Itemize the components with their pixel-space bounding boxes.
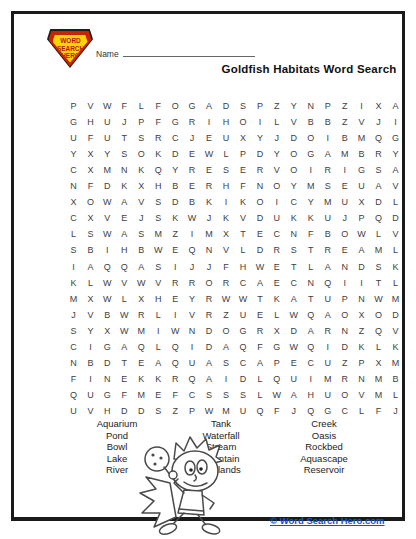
- grid-cell-r17c6: A: [150, 355, 167, 371]
- mascot-eye: [185, 461, 195, 475]
- grid-cell-r12c18: I: [353, 275, 370, 291]
- grid-cell-r4c12: D: [251, 146, 268, 162]
- grid-cell-r10c4: H: [116, 242, 133, 258]
- grid-cell-r10c3: I: [99, 242, 116, 258]
- grid-cell-r15c10: O: [218, 323, 235, 339]
- grid-cell-r12c10: R: [218, 275, 235, 291]
- grid-cell-r2c11: O: [235, 114, 252, 130]
- grid-cell-r18c19: M: [370, 371, 387, 387]
- grid-cell-r6c16: S: [319, 178, 336, 194]
- grid-cell-r10c20: L: [387, 242, 404, 258]
- grid-cell-r1c1: P: [65, 98, 82, 114]
- grid-cell-r11c5: A: [133, 258, 150, 274]
- grid-cell-r3c3: U: [99, 130, 116, 146]
- grid-cell-r10c18: A: [353, 242, 370, 258]
- grid-cell-r15c7: W: [167, 323, 184, 339]
- grid-cell-r4c11: P: [235, 146, 252, 162]
- grid-cell-r9c13: C: [268, 226, 285, 242]
- grid-cell-r4c4: S: [116, 146, 133, 162]
- grid-cell-r19c7: F: [167, 387, 184, 403]
- grid-cell-r4c8: E: [184, 146, 201, 162]
- grid-cell-r18c11: D: [235, 371, 252, 387]
- grid-cell-r19c13: W: [268, 387, 285, 403]
- grid-cell-r1c4: F: [116, 98, 133, 114]
- grid-cell-r19c5: M: [133, 387, 150, 403]
- grid-cell-r10c5: B: [133, 242, 150, 258]
- mascot-cape: [140, 477, 176, 527]
- grid-cell-r18c6: K: [150, 371, 167, 387]
- grid-cell-r15c19: Q: [370, 323, 387, 339]
- grid-cell-r19c11: S: [235, 387, 252, 403]
- grid-cell-r11c17: N: [336, 258, 353, 274]
- word-rockbed: Rockbed: [274, 441, 374, 453]
- grid-cell-r13c18: N: [353, 291, 370, 307]
- mascot-ear: [169, 471, 177, 479]
- grid-cell-r16c3: G: [99, 339, 116, 355]
- logo-text-hero: HERO: [54, 52, 86, 60]
- grid-cell-r15c9: D: [201, 323, 218, 339]
- grid-cell-r12c4: V: [116, 275, 133, 291]
- grid-cell-r12c11: C: [235, 275, 252, 291]
- grid-cell-r18c16: M: [319, 371, 336, 387]
- grid-cell-r6c6: H: [150, 178, 167, 194]
- grid-cell-r16c12: F: [251, 339, 268, 355]
- mascot-illustration: [130, 433, 248, 539]
- grid-cell-r10c14: S: [285, 242, 302, 258]
- grid-cell-r17c15: C: [302, 355, 319, 371]
- logo-text-word: WORD: [54, 37, 86, 45]
- grid-cell-r6c12: N: [251, 178, 268, 194]
- grid-cell-r13c16: U: [319, 291, 336, 307]
- grid-cell-r4c7: D: [167, 146, 184, 162]
- grid-cell-r13c5: X: [133, 291, 150, 307]
- grid-cell-r8c11: V: [235, 210, 252, 226]
- grid-cell-r3c9: E: [201, 130, 218, 146]
- grid-cell-r1c16: P: [319, 98, 336, 114]
- grid-cell-r17c8: U: [184, 355, 201, 371]
- grid-cell-r2c6: F: [150, 114, 167, 130]
- grid-cell-r14c14: W: [285, 307, 302, 323]
- grid-cell-r9c19: L: [370, 226, 387, 242]
- grid-cell-r10c8: Q: [184, 242, 201, 258]
- grid-cell-r4c3: Y: [99, 146, 116, 162]
- grid-cell-r10c12: D: [251, 242, 268, 258]
- grid-cell-r2c17: Z: [336, 114, 353, 130]
- grid-cell-r11c11: H: [235, 258, 252, 274]
- grid-cell-r14c13: L: [268, 307, 285, 323]
- grid-cell-r9c20: V: [387, 226, 404, 242]
- grid-cell-r5c18: G: [353, 162, 370, 178]
- grid-cell-r18c9: A: [201, 371, 218, 387]
- grid-cell-r20c12: Q: [251, 403, 268, 419]
- grid-cell-r18c10: I: [218, 371, 235, 387]
- grid-cell-r20c1: U: [65, 403, 82, 419]
- grid-cell-r16c13: G: [268, 339, 285, 355]
- grid-cell-r7c19: D: [370, 194, 387, 210]
- grid-cell-r6c20: V: [387, 178, 404, 194]
- grid-cell-r16c16: I: [319, 339, 336, 355]
- grid-cell-r17c3: D: [99, 355, 116, 371]
- grid-cell-r20c9: W: [201, 403, 218, 419]
- grid-cell-r1c14: Y: [285, 98, 302, 114]
- grid-cell-r14c7: I: [167, 307, 184, 323]
- grid-cell-r2c8: R: [184, 114, 201, 130]
- grid-cell-r17c10: S: [218, 355, 235, 371]
- grid-cell-r7c18: X: [353, 194, 370, 210]
- grid-cell-r6c8: E: [184, 178, 201, 194]
- grid-cell-r17c2: B: [82, 355, 99, 371]
- grid-cell-r4c2: X: [82, 146, 99, 162]
- grid-cell-r18c18: N: [353, 371, 370, 387]
- grid-cell-r16c5: Q: [133, 339, 150, 355]
- grid-cell-r3c14: D: [285, 130, 302, 146]
- grid-cell-r14c3: B: [99, 307, 116, 323]
- grid-cell-r15c20: V: [387, 323, 404, 339]
- grid-cell-r7c3: W: [99, 194, 116, 210]
- word-oasis: Oasis: [274, 430, 374, 442]
- grid-cell-r9c9: M: [201, 226, 218, 242]
- grid-cell-r4c20: Y: [387, 146, 404, 162]
- grid-cell-r4c14: O: [285, 146, 302, 162]
- grid-cell-r7c5: V: [133, 194, 150, 210]
- grid-cell-r2c10: H: [218, 114, 235, 130]
- grid-cell-r12c1: K: [65, 275, 82, 291]
- grid-cell-r5c6: Q: [150, 162, 167, 178]
- grid-cell-r14c8: V: [184, 307, 201, 323]
- grid-cell-r14c19: O: [370, 307, 387, 323]
- grid-cell-r5c11: E: [235, 162, 252, 178]
- grid-cell-r16c6: L: [150, 339, 167, 355]
- grid-cell-r13c9: R: [201, 291, 218, 307]
- grid-cell-r7c20: L: [387, 194, 404, 210]
- word-tank: Tank: [171, 418, 271, 430]
- grid-cell-r6c1: N: [65, 178, 82, 194]
- grid-cell-r10c10: V: [218, 242, 235, 258]
- grid-cell-r18c14: U: [285, 371, 302, 387]
- grid-cell-r16c9: D: [201, 339, 218, 355]
- grid-cell-r5c19: S: [370, 162, 387, 178]
- grid-cell-r17c1: N: [65, 355, 82, 371]
- grid-cell-r14c17: O: [336, 307, 353, 323]
- grid-cell-r1c18: I: [353, 98, 370, 114]
- grid-cell-r14c12: E: [251, 307, 268, 323]
- grid-cell-r11c18: D: [353, 258, 370, 274]
- grid-cell-r20c20: J: [387, 403, 404, 419]
- grid-cell-r8c7: K: [167, 210, 184, 226]
- grid-cell-r20c14: J: [285, 403, 302, 419]
- grid-cell-r5c15: I: [302, 162, 319, 178]
- grid-cell-r11c13: E: [268, 258, 285, 274]
- grid-cell-r18c3: N: [99, 371, 116, 387]
- grid-cell-r17c16: U: [319, 355, 336, 371]
- grid-cell-r8c14: K: [285, 210, 302, 226]
- grid-cell-r11c9: J: [201, 258, 218, 274]
- grid-cell-r20c2: V: [82, 403, 99, 419]
- grid-cell-r8c10: K: [218, 210, 235, 226]
- grid-cell-r17c12: A: [251, 355, 268, 371]
- grid-cell-r6c2: F: [82, 178, 99, 194]
- grid-cell-r12c6: V: [150, 275, 167, 291]
- grid-cell-r19c12: L: [251, 387, 268, 403]
- grid-cell-r4c18: B: [353, 146, 370, 162]
- grid-cell-r13c3: W: [99, 291, 116, 307]
- grid-cell-r15c12: R: [251, 323, 268, 339]
- grid-cell-r7c17: U: [336, 194, 353, 210]
- grid-cell-r3c20: G: [387, 130, 404, 146]
- grid-cell-r15c3: X: [99, 323, 116, 339]
- grid-cell-r7c13: I: [268, 194, 285, 210]
- grid-cell-r11c10: F: [218, 258, 235, 274]
- grid-cell-r3c6: R: [150, 130, 167, 146]
- grid-cell-r8c20: D: [387, 210, 404, 226]
- grid-cell-r1c12: P: [251, 98, 268, 114]
- grid-cell-r4c6: K: [150, 146, 167, 162]
- grid-cell-r19c3: G: [99, 387, 116, 403]
- grid-cell-r18c15: I: [302, 371, 319, 387]
- grid-cell-r20c4: D: [116, 403, 133, 419]
- grid-cell-r5c16: R: [319, 162, 336, 178]
- grid-cell-r9c1: L: [65, 226, 82, 242]
- grid-cell-r4c19: R: [370, 146, 387, 162]
- grid-cell-r7c15: Y: [302, 194, 319, 210]
- grid-cell-r13c12: T: [251, 291, 268, 307]
- grid-cell-r20c5: D: [133, 403, 150, 419]
- grid-cell-r18c5: K: [133, 371, 150, 387]
- grid-cell-r17c9: A: [201, 355, 218, 371]
- grid-cell-r6c5: X: [133, 178, 150, 194]
- grid-cell-r14c2: V: [82, 307, 99, 323]
- grid-cell-r8c8: W: [184, 210, 201, 226]
- grid-cell-r18c1: F: [65, 371, 82, 387]
- grid-cell-r11c20: K: [387, 258, 404, 274]
- grid-cell-r2c12: I: [251, 114, 268, 130]
- grid-cell-r4c17: M: [336, 146, 353, 162]
- grid-cell-r14c16: A: [319, 307, 336, 323]
- grid-cell-r9c12: E: [251, 226, 268, 242]
- grid-cell-r16c15: Q: [302, 339, 319, 355]
- grid-cell-r5c2: X: [82, 162, 99, 178]
- grid-cell-r17c4: T: [116, 355, 133, 371]
- grid-cell-r10c17: E: [336, 242, 353, 258]
- grid-cell-r8c1: C: [65, 210, 82, 226]
- grid-cell-r1c6: F: [150, 98, 167, 114]
- word-search-hero-link[interactable]: © Word Search Hero.com: [270, 515, 385, 526]
- grid-cell-r13c8: Y: [184, 291, 201, 307]
- grid-cell-r10c11: L: [235, 242, 252, 258]
- grid-cell-r19c17: O: [336, 387, 353, 403]
- grid-cell-r18c7: R: [167, 371, 184, 387]
- logo-shield-red: WORD SEARCH HERO: [49, 31, 92, 67]
- grid-cell-r19c8: C: [184, 387, 201, 403]
- grid-cell-r5c4: N: [116, 162, 133, 178]
- grid-cell-r15c4: W: [116, 323, 133, 339]
- grid-cell-r1c10: D: [218, 98, 235, 114]
- grid-cell-r17c7: Q: [167, 355, 184, 371]
- grid-cell-r2c2: H: [82, 114, 99, 130]
- grid-cell-r20c3: H: [99, 403, 116, 419]
- grid-cell-r17c18: P: [353, 355, 370, 371]
- grid-cell-r7c9: K: [201, 194, 218, 210]
- grid-cell-r3c5: S: [133, 130, 150, 146]
- grid-cell-r16c2: I: [82, 339, 99, 355]
- word-creek: Creek: [274, 418, 374, 430]
- grid-cell-r12c7: R: [167, 275, 184, 291]
- grid-cell-r9c2: S: [82, 226, 99, 242]
- grid-cell-r20c10: M: [218, 403, 235, 419]
- worksheet-page: WORD SEARCH HERO Name Goldfish Habitats …: [0, 0, 416, 539]
- grid-cell-r14c6: L: [150, 307, 167, 323]
- grid-cell-r3c13: J: [268, 130, 285, 146]
- grid-cell-r2c18: V: [353, 114, 370, 130]
- grid-cell-r11c7: I: [167, 258, 184, 274]
- grid-cell-r14c18: X: [353, 307, 370, 323]
- grid-cell-r7c7: D: [167, 194, 184, 210]
- grid-cell-r7c8: B: [184, 194, 201, 210]
- grid-cell-r4c5: O: [133, 146, 150, 162]
- logo-shield-yellow: WORD SEARCH HERO: [53, 35, 88, 63]
- grid-cell-r6c3: D: [99, 178, 116, 194]
- grid-cell-r5c17: I: [336, 162, 353, 178]
- grid-cell-r13c17: P: [336, 291, 353, 307]
- grid-cell-r3c11: X: [235, 130, 252, 146]
- grid-cell-r1c15: N: [302, 98, 319, 114]
- grid-cell-r17c19: X: [370, 355, 387, 371]
- grid-cell-r2c4: J: [116, 114, 133, 130]
- grid-cell-r3c4: T: [116, 130, 133, 146]
- grid-cell-r7c12: O: [251, 194, 268, 210]
- grid-cell-r19c4: F: [116, 387, 133, 403]
- grid-cell-r16c20: K: [387, 339, 404, 355]
- grid-cell-r13c6: H: [150, 291, 167, 307]
- grid-cell-r3c18: M: [353, 130, 370, 146]
- grid-cell-r7c14: C: [285, 194, 302, 210]
- mascot-shoe: [201, 522, 221, 535]
- grid-cell-r17c17: Z: [336, 355, 353, 371]
- grid-cell-r12c8: R: [184, 275, 201, 291]
- grid-cell-r14c1: J: [65, 307, 82, 323]
- grid-cell-r16c19: L: [370, 339, 387, 355]
- grid-cell-r6c9: R: [201, 178, 218, 194]
- name-blank-line[interactable]: [123, 47, 255, 57]
- grid-cell-r12c14: C: [285, 275, 302, 291]
- grid-cell-r6c10: H: [218, 178, 235, 194]
- word-column: CreekOasisRockbedAquascapeReservoir: [274, 418, 374, 476]
- grid-cell-r13c7: E: [167, 291, 184, 307]
- grid-cell-r7c6: S: [150, 194, 167, 210]
- grid-cell-r13c4: L: [116, 291, 133, 307]
- grid-cell-r17c11: C: [235, 355, 252, 371]
- grid-cell-r1c11: S: [235, 98, 252, 114]
- grid-cell-r10c9: N: [201, 242, 218, 258]
- grid-cell-r11c4: Q: [116, 258, 133, 274]
- grid-cell-r13c1: M: [65, 291, 82, 307]
- grid-cell-r13c19: W: [370, 291, 387, 307]
- grid-cell-r19c15: H: [302, 387, 319, 403]
- grid-cell-r10c13: R: [268, 242, 285, 258]
- grid-cell-r8c12: D: [251, 210, 268, 226]
- grid-cell-r8c5: J: [133, 210, 150, 226]
- grid-cell-r6c14: Y: [285, 178, 302, 194]
- grid-cell-r6c11: F: [235, 178, 252, 194]
- grid-cell-r2c9: I: [201, 114, 218, 130]
- grid-cell-r15c1: S: [65, 323, 82, 339]
- grid-cell-r15c5: M: [133, 323, 150, 339]
- grid-cell-r7c10: I: [218, 194, 235, 210]
- grid-cell-r11c16: A: [319, 258, 336, 274]
- grid-cell-r10c16: R: [319, 242, 336, 258]
- grid-cell-r14c20: D: [387, 307, 404, 323]
- grid-cell-r13c2: X: [82, 291, 99, 307]
- grid-cell-r9c10: X: [218, 226, 235, 242]
- name-label: Name: [96, 49, 119, 59]
- grid-cell-r9c5: S: [133, 226, 150, 242]
- grid-cell-r3c16: I: [319, 130, 336, 146]
- grid-cell-r6c15: M: [302, 178, 319, 194]
- grid-cell-r8c17: J: [336, 210, 353, 226]
- grid-cell-r12c2: L: [82, 275, 99, 291]
- grid-cell-r10c2: B: [82, 242, 99, 258]
- grid-cell-r9c15: F: [302, 226, 319, 242]
- grid-cell-r16c1: C: [65, 339, 82, 355]
- grid-cell-r12c16: Q: [319, 275, 336, 291]
- grid-cell-r14c10: Z: [218, 307, 235, 323]
- grid-cell-r15c13: X: [268, 323, 285, 339]
- grid-cell-r1c13: Z: [268, 98, 285, 114]
- grid-cell-r9c17: O: [336, 226, 353, 242]
- grid-cell-r12c13: E: [268, 275, 285, 291]
- grid-cell-r5c14: O: [285, 162, 302, 178]
- grid-cell-r8c13: U: [268, 210, 285, 226]
- grid-cell-r6c4: K: [116, 178, 133, 194]
- grid-cell-r10c15: T: [302, 242, 319, 258]
- grid-cell-r6c19: A: [370, 178, 387, 194]
- grid-cell-r12c20: L: [387, 275, 404, 291]
- grid-cell-r9c6: M: [150, 226, 167, 242]
- grid-cell-r11c3: Q: [99, 258, 116, 274]
- grid-cell-r3c19: Q: [370, 130, 387, 146]
- grid-cell-r11c14: T: [285, 258, 302, 274]
- grid-cell-r10c19: M: [370, 242, 387, 258]
- grid-cell-r12c15: N: [302, 275, 319, 291]
- grid-cell-r20c11: U: [235, 403, 252, 419]
- grid-cell-r11c1: I: [65, 258, 82, 274]
- grid-cell-r14c9: R: [201, 307, 218, 323]
- grid-cell-r6c17: E: [336, 178, 353, 194]
- grid-cell-r3c10: U: [218, 130, 235, 146]
- grid-cell-r5c8: R: [184, 162, 201, 178]
- grid-cell-r18c8: Q: [184, 371, 201, 387]
- grid-cell-r10c1: S: [65, 242, 82, 258]
- grid-cell-r11c8: J: [184, 258, 201, 274]
- grid-cell-r8c18: P: [353, 210, 370, 226]
- grid-cell-r16c18: K: [353, 339, 370, 355]
- grid-cell-r16c17: D: [336, 339, 353, 355]
- grid-cell-r12c5: W: [133, 275, 150, 291]
- grid-cell-r8c16: U: [319, 210, 336, 226]
- grid-cell-r3c8: J: [184, 130, 201, 146]
- grid-cell-r14c15: Q: [302, 307, 319, 323]
- grid-cell-r2c1: G: [65, 114, 82, 130]
- word-reservoir: Reservoir: [274, 464, 374, 476]
- grid-cell-r9c7: Z: [167, 226, 184, 242]
- grid-cell-r17c5: E: [133, 355, 150, 371]
- grid-cell-r2c3: U: [99, 114, 116, 130]
- grid-cell-r7c16: M: [319, 194, 336, 210]
- grid-cell-r6c18: U: [353, 178, 370, 194]
- grid-cell-r18c4: E: [116, 371, 133, 387]
- grid-cell-r8c2: X: [82, 210, 99, 226]
- grid-cell-r17c13: P: [268, 355, 285, 371]
